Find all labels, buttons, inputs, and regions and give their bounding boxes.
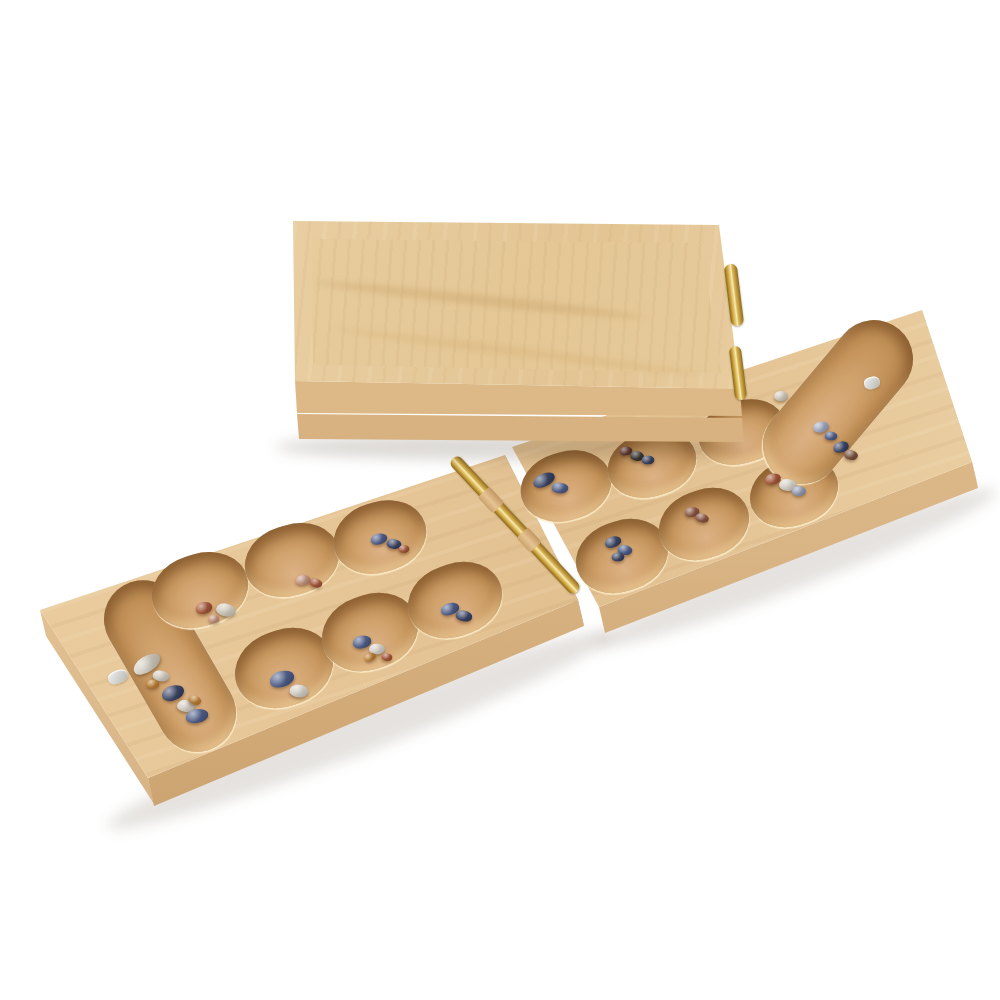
- mancala-product-photo: [0, 0, 1000, 1000]
